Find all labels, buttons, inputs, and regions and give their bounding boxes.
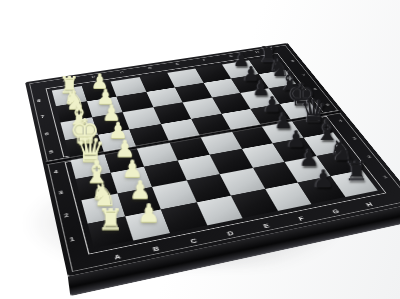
square-a1: ♜ (88, 216, 133, 248)
coordinate-label: 3 (51, 180, 72, 205)
coordinate-label: F (190, 56, 218, 62)
coordinate-label: B (136, 242, 176, 256)
scene: ABCDEFGH ABCDEFGH 87654321 87654321 ♜♟♟♜… (0, 0, 400, 299)
coordinate-label: 6 (38, 123, 56, 143)
coordinate-label: C (174, 234, 214, 247)
coordinate-label: H (351, 198, 388, 210)
coordinate-label: G (317, 205, 354, 217)
coordinate-label: E (247, 219, 285, 232)
board-grid: ♜♟♟♜♞♟♟♞♝♟♟♝♚♟♟♚♛♟♟♛♝♟♟♝♞♟♟♞♜♟♟♜ (52, 56, 378, 248)
coordinate-label: D (135, 64, 164, 71)
black-pawn-piece: ♟ (299, 166, 348, 190)
coordinate-label: F (282, 212, 320, 224)
coordinate-label: 2 (56, 202, 78, 228)
coordinate-label: 1 (61, 225, 84, 254)
square-d4 (169, 136, 210, 160)
coordinate-label: A (97, 249, 138, 263)
coordinate-label: E (163, 60, 192, 67)
chess-board: ABCDEFGH ABCDEFGH 87654321 87654321 ♜♟♟♜… (25, 43, 400, 276)
coordinate-label: D (211, 226, 250, 239)
white-rook-piece: ♜ (85, 204, 137, 234)
photo-background: ABCDEFGH ABCDEFGH 87654321 87654321 ♜♟♟♜… (0, 0, 400, 299)
coordinate-label: 7 (34, 107, 52, 126)
coordinate-label: 8 (30, 91, 47, 109)
